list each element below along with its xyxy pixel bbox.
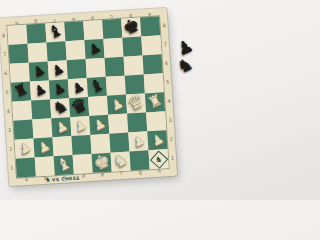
square-d4[interactable]: ♛ (69, 97, 89, 117)
board-corner-knight-logo: ♞ (149, 150, 167, 168)
rank-label-6: 6 (163, 61, 170, 66)
square-b2[interactable]: ♟ (33, 137, 53, 157)
file-label-a: a (17, 176, 36, 184)
square-d3[interactable]: ♟ (70, 116, 90, 136)
square-h3[interactable] (146, 111, 166, 131)
white-pawn-h2: ♟ (149, 131, 165, 148)
white-pawn-f4: ♟ (109, 95, 125, 112)
square-f1[interactable]: ♞ (111, 152, 131, 172)
square-g2[interactable]: ♟ (128, 131, 148, 151)
square-f8[interactable] (102, 19, 122, 39)
square-c5[interactable]: ♟ (49, 79, 69, 99)
square-h1[interactable]: ♞ (148, 149, 168, 169)
square-d8[interactable] (64, 21, 84, 41)
square-e4[interactable] (88, 96, 108, 116)
rank-label-3: 3 (166, 118, 173, 123)
square-f5[interactable] (106, 76, 126, 96)
black-king-g8: ♚ (120, 15, 142, 38)
square-g4[interactable]: ♛ (126, 93, 146, 113)
square-f2[interactable] (109, 133, 129, 153)
white-knight-f1: ♞ (110, 150, 130, 171)
black-pawn-d5: ♟ (70, 79, 86, 96)
square-c1[interactable]: ♝ (54, 155, 74, 175)
square-e1[interactable]: ♚ (92, 153, 112, 173)
square-a5[interactable]: ♜ (11, 82, 31, 102)
chessboard: abcdefgh abcdefgh 87654321 87654321 ♝♚♟♟… (0, 8, 177, 186)
file-label-e: e (93, 172, 112, 180)
rank-label-1: 1 (8, 166, 15, 171)
square-f4[interactable]: ♟ (107, 95, 127, 115)
black-queen-d4: ♛ (68, 94, 90, 117)
square-a7[interactable] (9, 44, 29, 64)
black-knight-c4: ♞ (50, 97, 70, 118)
rank-label-6: 6 (2, 71, 9, 76)
square-c6[interactable]: ♟ (48, 60, 68, 80)
black-pawn-b5: ♟ (32, 81, 48, 98)
captured-black-knight: ♞ (175, 49, 200, 77)
black-pawn-c6: ♟ (49, 61, 65, 78)
rank-label-4: 4 (5, 109, 12, 114)
square-a8[interactable] (7, 25, 27, 45)
black-bishop-e5: ♝ (87, 75, 107, 96)
square-h5[interactable] (144, 73, 164, 93)
file-label-h: h (150, 168, 169, 176)
square-d1[interactable] (73, 154, 93, 174)
square-d6[interactable] (67, 59, 87, 79)
square-b7[interactable] (28, 42, 48, 62)
white-rook-h4: ♜ (145, 92, 163, 111)
rank-label-8: 8 (161, 23, 168, 28)
square-f7[interactable] (103, 38, 123, 58)
black-pawn-c5: ♟ (51, 80, 67, 97)
square-g6[interactable] (124, 55, 144, 75)
rank-label-7: 7 (162, 42, 169, 47)
square-h4[interactable]: ♜ (145, 92, 165, 112)
square-e8[interactable] (83, 20, 103, 40)
rank-label-5: 5 (3, 90, 10, 95)
square-h6[interactable] (143, 54, 163, 74)
square-d2[interactable] (71, 135, 91, 155)
photo-of-chessboard: { "game": "chess", "scene": "Overhead ph… (0, 0, 200, 200)
square-c4[interactable]: ♞ (50, 98, 70, 118)
square-b1[interactable] (35, 156, 55, 176)
rank-label-2: 2 (168, 137, 175, 142)
square-b3[interactable] (32, 118, 52, 138)
black-rook-a5: ♜ (11, 81, 29, 100)
white-pawn-e3: ♟ (91, 115, 107, 132)
rank-label-2: 2 (7, 147, 14, 152)
board-grid: ♝♚♟♟♟♜♟♟♟♝♞♛♟♛♜♟♟♟♟♟♟♟♝♚♞♞ (7, 16, 168, 177)
square-b8[interactable] (26, 24, 46, 44)
white-pawn-g2: ♟ (130, 132, 146, 149)
square-a2[interactable]: ♟ (15, 139, 35, 159)
rank-label-8: 8 (0, 33, 7, 38)
square-d5[interactable]: ♟ (68, 78, 88, 98)
square-e2[interactable] (90, 134, 110, 154)
square-g5[interactable] (125, 74, 145, 94)
square-a6[interactable] (10, 63, 30, 83)
rank-label-7: 7 (1, 52, 8, 57)
file-label-f: f (112, 170, 131, 178)
brand-knight-icon: ♞ (45, 176, 51, 182)
white-pawn-a2: ♟ (16, 139, 32, 156)
white-queen-g4: ♛ (125, 91, 147, 114)
black-bishop-c8: ♝ (45, 21, 65, 42)
square-e3[interactable]: ♟ (89, 115, 109, 135)
rank-label-4: 4 (165, 99, 172, 104)
square-b6[interactable]: ♟ (29, 61, 49, 81)
square-h2[interactable]: ♟ (147, 130, 167, 150)
brand-text: VS CHESS (52, 175, 80, 182)
square-f6[interactable] (105, 57, 125, 77)
square-g7[interactable] (122, 37, 142, 57)
square-b5[interactable]: ♟ (30, 80, 50, 100)
white-bishop-c1: ♝ (54, 154, 74, 175)
captured-pieces-tray: ♟♞ (177, 36, 200, 71)
white-pawn-b2: ♟ (35, 138, 51, 155)
white-pawn-c3: ♟ (53, 118, 69, 135)
square-g8[interactable]: ♚ (121, 18, 141, 38)
square-c8[interactable]: ♝ (45, 22, 65, 42)
corner-knight-icon: ♞ (155, 155, 163, 163)
square-c2[interactable] (52, 136, 72, 156)
vs-chess-brand: ♞ VS CHESS (45, 175, 80, 183)
square-h8[interactable] (140, 16, 160, 36)
square-g1[interactable] (130, 150, 150, 170)
square-b4[interactable] (31, 99, 51, 119)
rank-label-3: 3 (6, 128, 13, 133)
square-e6[interactable] (86, 58, 106, 78)
black-pawn-e7: ♟ (86, 40, 102, 57)
square-f3[interactable] (108, 114, 128, 134)
square-a1[interactable] (16, 157, 36, 177)
square-c3[interactable]: ♟ (51, 117, 71, 137)
square-g3[interactable] (127, 112, 147, 132)
square-h7[interactable] (141, 35, 161, 55)
captured-black-pawn: ♟ (175, 31, 200, 59)
square-a4[interactable] (12, 101, 32, 121)
rank-label-1: 1 (169, 156, 176, 161)
white-pawn-d3: ♟ (72, 117, 88, 134)
square-c7[interactable] (46, 41, 66, 61)
square-a3[interactable] (13, 120, 33, 140)
black-pawn-b6: ♟ (31, 62, 47, 79)
rank-label-5: 5 (164, 80, 171, 85)
square-d7[interactable] (65, 40, 85, 60)
file-label-g: g (131, 169, 150, 177)
square-e5[interactable]: ♝ (87, 77, 107, 97)
square-e7[interactable]: ♟ (84, 39, 104, 59)
white-king-e1: ♚ (90, 150, 112, 173)
